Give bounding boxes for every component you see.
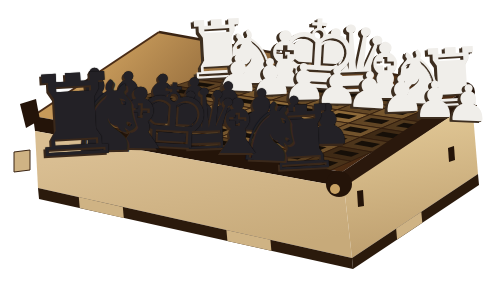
right-wall-slot-front [357,190,364,207]
piece-black-rook[interactable]: ♜ [22,57,129,175]
chess-box-scene: ♜♞♝♛♚♝♞♜♟♟♟♟♟♟♟♟♟♟♟♟♟♟♟♟♜♞♝♛♚♝♞♜ [0,0,500,293]
right-wall-slot-rear [448,146,455,162]
